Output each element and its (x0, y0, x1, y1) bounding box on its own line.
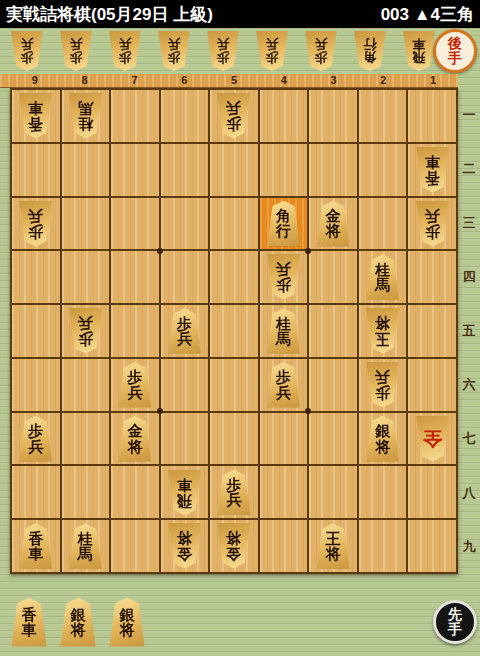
koma-歩兵-gote: 歩兵 (17, 201, 54, 247)
koma-kanji: 馬 (78, 101, 93, 116)
square-85[interactable]: 歩兵 (62, 305, 110, 357)
koma-kanji: 兵 (177, 331, 192, 346)
square-57[interactable] (210, 413, 258, 465)
square-82[interactable] (62, 144, 110, 196)
koma-kanji: 将 (326, 546, 341, 561)
koma-kanji: 歩 (28, 423, 43, 438)
square-93[interactable]: 歩兵 (12, 198, 60, 250)
koma-金将-gote: 金将 (215, 523, 252, 569)
square-48[interactable] (260, 466, 308, 518)
hand-歩兵-gote[interactable]: 歩兵 (205, 31, 241, 71)
koma-歩兵-gote: 歩兵 (215, 93, 252, 139)
square-38[interactable] (309, 466, 357, 518)
koma-kanji: 王 (326, 531, 341, 546)
square-94[interactable] (12, 251, 60, 303)
square-31[interactable] (309, 90, 357, 142)
square-27[interactable]: 銀将 (359, 413, 407, 465)
hand-飛車-gote[interactable]: 飛車 (401, 31, 437, 71)
row-label-四: 四 (458, 250, 480, 304)
square-32[interactable] (309, 144, 357, 196)
koma-kanji: 車 (28, 101, 43, 116)
square-73[interactable] (111, 198, 159, 250)
column-label-9: 9 (10, 74, 60, 87)
koma-kanji: 歩 (425, 223, 440, 238)
shogi-board: 香車桂馬歩兵香車歩兵角行金将歩兵歩兵桂馬歩兵歩兵桂馬玉将歩兵歩兵歩兵歩兵金将銀将… (10, 88, 458, 574)
koma-kanji: 兵 (28, 208, 43, 223)
square-88[interactable] (62, 466, 110, 518)
koma-kanji: 香 (28, 116, 43, 131)
column-label-6: 6 (159, 74, 209, 87)
koma-歩兵-sente: 歩兵 (116, 362, 153, 408)
koma-歩兵-gote: 歩兵 (414, 201, 451, 247)
koma-kanji: 玉 (375, 331, 390, 346)
square-13[interactable]: 歩兵 (408, 198, 456, 250)
square-53[interactable] (210, 198, 258, 250)
square-41[interactable] (260, 90, 308, 142)
sente-badge-char: 手 (448, 622, 462, 637)
koma-kanji: 歩 (78, 331, 93, 346)
koma-kanji: 行 (364, 38, 377, 51)
hand-角行-gote[interactable]: 角行 (352, 31, 388, 71)
square-99[interactable]: 香車 (12, 520, 60, 572)
square-42[interactable] (260, 144, 308, 196)
koma-kanji: 歩 (21, 51, 34, 64)
koma-kanji: 歩 (226, 477, 241, 492)
square-26[interactable]: 歩兵 (359, 359, 407, 411)
koma-kanji: 銀 (375, 423, 390, 438)
square-43[interactable]: 角行 (260, 198, 308, 250)
square-19[interactable] (408, 520, 456, 572)
column-label-8: 8 (60, 74, 110, 87)
koma-kanji: 兵 (227, 101, 242, 116)
square-65[interactable]: 歩兵 (161, 305, 209, 357)
koma-kanji: 兵 (315, 38, 328, 51)
title-bar: 実戦詰将棋(05月29日 上級) 003 ▲4三角 (0, 0, 480, 28)
koma-kanji: 歩 (266, 51, 279, 64)
column-label-strip: 987654321 (0, 74, 458, 88)
koma-kanji: 車 (177, 477, 192, 492)
square-87[interactable] (62, 413, 110, 465)
gote-hand-tray: 歩兵歩兵歩兵歩兵歩兵歩兵歩兵角行飛車 (0, 28, 480, 74)
square-39[interactable]: 王将 (309, 520, 357, 572)
koma-kanji: 将 (177, 531, 192, 546)
hand-歩兵-gote[interactable]: 歩兵 (58, 31, 94, 71)
koma-kanji: 香 (22, 607, 37, 622)
hoshi-dot (305, 408, 311, 414)
square-75[interactable] (111, 305, 159, 357)
move-counter: 003 ▲4三角 (381, 3, 474, 26)
square-71[interactable] (111, 90, 159, 142)
square-36[interactable] (309, 359, 357, 411)
square-69[interactable]: 金将 (161, 520, 209, 572)
koma-kanji: 兵 (425, 208, 440, 223)
koma-歩兵-sente: 歩兵 (17, 416, 54, 462)
koma-kanji: 桂 (375, 262, 390, 277)
koma-kanji: 香 (425, 170, 440, 185)
koma-kanji: 金 (177, 546, 192, 561)
koma-銀将-sente: 銀将 (364, 416, 401, 462)
koma-kanji: 桂 (78, 116, 93, 131)
koma-kanji: 将 (127, 439, 142, 454)
koma-kanji: 車 (22, 622, 37, 637)
koma-桂馬-sente: 桂馬 (364, 254, 401, 300)
hoshi-dot (157, 248, 163, 254)
hand-歩兵-gote[interactable]: 歩兵 (254, 31, 290, 71)
square-66[interactable] (161, 359, 209, 411)
koma-kanji: 将 (71, 622, 86, 637)
koma-kanji: 金 (227, 546, 242, 561)
koma-kanji: 歩 (276, 369, 291, 384)
square-84[interactable] (62, 251, 110, 303)
column-label-4: 4 (259, 74, 309, 87)
koma-kanji: 行 (276, 223, 291, 238)
column-label-7: 7 (110, 74, 160, 87)
square-18[interactable] (408, 466, 456, 518)
square-21[interactable] (359, 90, 407, 142)
square-68[interactable]: 飛車 (161, 466, 209, 518)
koma-kanji: 将 (120, 622, 135, 637)
koma-香車-gote: 香車 (414, 147, 451, 193)
square-61[interactable] (161, 90, 209, 142)
row-label-八: 八 (458, 466, 480, 520)
square-15[interactable] (408, 305, 456, 357)
koma-kanji: 飛 (177, 492, 192, 507)
hand-歩兵-gote[interactable]: 歩兵 (303, 31, 339, 71)
square-77[interactable]: 金将 (111, 413, 159, 465)
hoshi-dot (157, 408, 163, 414)
koma-kanji: 銀 (120, 607, 135, 622)
koma-kanji: 歩 (315, 51, 328, 64)
square-44[interactable]: 歩兵 (260, 251, 308, 303)
square-81[interactable]: 桂馬 (62, 90, 110, 142)
row-label-五: 五 (458, 304, 480, 358)
square-51[interactable]: 歩兵 (210, 90, 258, 142)
koma-kanji: 歩 (375, 385, 390, 400)
koma-kanji: 兵 (226, 492, 241, 507)
square-56[interactable] (210, 359, 258, 411)
square-52[interactable] (210, 144, 258, 196)
koma-kanji: 金 (326, 208, 341, 223)
square-63[interactable] (161, 198, 209, 250)
koma-香車-gote: 香車 (17, 93, 54, 139)
column-label-1: 1 (408, 74, 458, 87)
square-98[interactable] (12, 466, 60, 518)
square-89[interactable]: 桂馬 (62, 520, 110, 572)
koma-kanji: 兵 (217, 38, 230, 51)
koma-kanji: 車 (425, 154, 440, 169)
square-64[interactable] (161, 251, 209, 303)
koma-kanji: 歩 (28, 223, 43, 238)
koma-kanji: 馬 (375, 277, 390, 292)
koma-桂馬-sente: 桂馬 (67, 523, 104, 569)
koma-桂馬-sente: 桂馬 (265, 308, 302, 354)
koma-kanji: 将 (375, 439, 390, 454)
square-34[interactable] (309, 251, 357, 303)
square-78[interactable] (111, 466, 159, 518)
square-14[interactable] (408, 251, 456, 303)
koma-kanji: 兵 (78, 316, 93, 331)
koma-kanji: 将 (375, 316, 390, 331)
square-67[interactable] (161, 413, 209, 465)
sente-badge-char: 先 (448, 607, 462, 622)
koma-歩兵-gote: 歩兵 (364, 362, 401, 408)
koma-kanji: 歩 (227, 116, 242, 131)
koma-金将-sente: 金将 (315, 201, 352, 247)
square-35[interactable] (309, 305, 357, 357)
square-54[interactable] (210, 251, 258, 303)
koma-kanji: 金 (127, 423, 142, 438)
koma-kanji: 車 (413, 38, 426, 51)
square-49[interactable] (260, 520, 308, 572)
row-label-二: 二 (458, 142, 480, 196)
square-17[interactable]: 全 (408, 413, 456, 465)
koma-kanji: 飛 (413, 51, 426, 64)
koma-kanji: 兵 (70, 38, 83, 51)
koma-kanji: 歩 (119, 51, 132, 64)
square-24[interactable]: 桂馬 (359, 251, 407, 303)
square-23[interactable] (359, 198, 407, 250)
square-59[interactable]: 金将 (210, 520, 258, 572)
koma-歩兵-gote: 歩兵 (67, 308, 104, 354)
hand-歩兵-gote[interactable]: 歩兵 (156, 31, 192, 71)
koma-kanji: 兵 (276, 385, 291, 400)
square-25[interactable]: 玉将 (359, 305, 407, 357)
koma-kanji: 兵 (28, 439, 43, 454)
square-16[interactable] (408, 359, 456, 411)
koma-kanji: 歩 (276, 277, 291, 292)
gote-badge: 後手 (433, 29, 477, 73)
koma-kanji: 将 (227, 531, 242, 546)
hoshi-dot (305, 248, 311, 254)
koma-kanji: 馬 (78, 546, 93, 561)
hand-香車-sente[interactable]: 香車 (9, 598, 49, 647)
koma-kanji: 将 (326, 223, 341, 238)
square-72[interactable] (111, 144, 159, 196)
koma-kanji: 兵 (127, 385, 142, 400)
square-29[interactable] (359, 520, 407, 572)
row-label-六: 六 (458, 358, 480, 412)
koma-kanji: 歩 (177, 316, 192, 331)
square-33[interactable]: 金将 (309, 198, 357, 250)
gote-badge-char: 後 (448, 36, 462, 51)
square-37[interactable] (309, 413, 357, 465)
column-label-5: 5 (209, 74, 259, 87)
square-46[interactable]: 歩兵 (260, 359, 308, 411)
koma-kanji: 角 (276, 208, 291, 223)
row-label-九: 九 (458, 520, 480, 574)
koma-kanji: 全 (422, 428, 442, 448)
column-label-3: 3 (309, 74, 359, 87)
sente-hand-tray: 香車銀将銀将 (0, 594, 480, 650)
koma-kanji: 兵 (168, 38, 181, 51)
koma-全-gote: 全 (414, 416, 451, 462)
square-28[interactable] (359, 466, 407, 518)
square-79[interactable] (111, 520, 159, 572)
hand-銀将-sente[interactable]: 銀将 (107, 598, 147, 647)
koma-kanji: 桂 (78, 531, 93, 546)
row-label-一: 一 (458, 88, 480, 142)
koma-角行-sente: 角行 (265, 201, 302, 247)
koma-玉将-gote: 玉将 (364, 308, 401, 354)
square-55[interactable] (210, 305, 258, 357)
koma-歩兵-gote: 歩兵 (265, 254, 302, 300)
row-label-三: 三 (458, 196, 480, 250)
puzzle-title: 実戦詰将棋(05月29日 上級) (6, 3, 213, 26)
koma-kanji: 車 (28, 546, 43, 561)
column-label-2: 2 (358, 74, 408, 87)
square-45[interactable]: 桂馬 (260, 305, 308, 357)
koma-王将-sente: 王将 (315, 523, 352, 569)
koma-kanji: 香 (28, 531, 43, 546)
koma-桂馬-gote: 桂馬 (67, 93, 104, 139)
square-83[interactable] (62, 198, 110, 250)
square-91[interactable]: 香車 (12, 90, 60, 142)
koma-歩兵-sente: 歩兵 (166, 308, 203, 354)
square-95[interactable] (12, 305, 60, 357)
square-22[interactable] (359, 144, 407, 196)
koma-香車-sente: 香車 (17, 523, 54, 569)
square-92[interactable] (12, 144, 60, 196)
hand-銀将-sente[interactable]: 銀将 (58, 598, 98, 647)
gote-badge-char: 手 (448, 51, 462, 66)
koma-歩兵-sente: 歩兵 (265, 362, 302, 408)
koma-kanji: 歩 (217, 51, 230, 64)
square-76[interactable]: 歩兵 (111, 359, 159, 411)
koma-kanji: 銀 (71, 607, 86, 622)
koma-kanji: 歩 (70, 51, 83, 64)
koma-kanji: 馬 (276, 331, 291, 346)
koma-kanji: 桂 (276, 316, 291, 331)
hand-歩兵-gote[interactable]: 歩兵 (9, 31, 45, 71)
koma-金将-gote: 金将 (166, 523, 203, 569)
koma-kanji: 角 (364, 51, 377, 64)
square-74[interactable] (111, 251, 159, 303)
koma-kanji: 兵 (119, 38, 132, 51)
koma-kanji: 兵 (21, 38, 34, 51)
koma-kanji: 歩 (168, 51, 181, 64)
koma-飛車-gote: 飛車 (166, 470, 203, 516)
koma-kanji: 歩 (127, 369, 142, 384)
koma-kanji: 兵 (375, 369, 390, 384)
square-58[interactable]: 歩兵 (210, 466, 258, 518)
hand-歩兵-gote[interactable]: 歩兵 (107, 31, 143, 71)
square-86[interactable] (62, 359, 110, 411)
koma-歩兵-sente: 歩兵 (215, 470, 252, 516)
row-label-七: 七 (458, 412, 480, 466)
square-96[interactable] (12, 359, 60, 411)
koma-金将-sente: 金将 (116, 416, 153, 462)
sente-badge: 先手 (433, 600, 477, 644)
square-47[interactable] (260, 413, 308, 465)
square-12[interactable]: 香車 (408, 144, 456, 196)
koma-kanji: 兵 (266, 38, 279, 51)
row-label-strip: 一二三四五六七八九 (458, 88, 480, 574)
square-11[interactable] (408, 90, 456, 142)
square-62[interactable] (161, 144, 209, 196)
square-97[interactable]: 歩兵 (12, 413, 60, 465)
koma-kanji: 兵 (276, 262, 291, 277)
